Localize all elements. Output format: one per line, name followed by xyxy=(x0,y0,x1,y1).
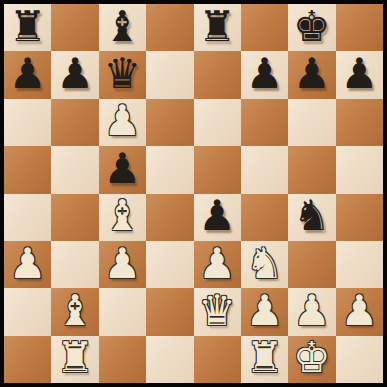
black-rook-a8[interactable]: ♜ xyxy=(9,6,47,48)
square-h7[interactable]: ♟ xyxy=(336,51,383,98)
white-bishop-b2[interactable]: ♝ xyxy=(56,290,94,332)
black-pawn-e4[interactable]: ♟ xyxy=(198,195,236,237)
square-e6[interactable] xyxy=(194,99,241,146)
square-e5[interactable] xyxy=(194,146,241,193)
white-king-g1[interactable]: ♚ xyxy=(293,337,331,379)
square-g5[interactable] xyxy=(288,146,335,193)
white-pawn-h2[interactable]: ♟ xyxy=(340,290,378,332)
black-pawn-b7[interactable]: ♟ xyxy=(56,53,94,95)
black-rook-e8[interactable]: ♜ xyxy=(198,6,236,48)
square-e2[interactable]: ♛ xyxy=(194,288,241,335)
square-g2[interactable]: ♟ xyxy=(288,288,335,335)
square-f3[interactable]: ♞ xyxy=(241,241,288,288)
square-g6[interactable] xyxy=(288,99,335,146)
board-frame: ♜♝♜♚♟♟♛♟♟♟♟♟♝♟♞♟♟♟♞♝♛♟♟♟♜♜♚ xyxy=(0,0,387,387)
square-d5[interactable] xyxy=(146,146,193,193)
square-h8[interactable] xyxy=(336,4,383,51)
square-b7[interactable]: ♟ xyxy=(51,51,98,98)
square-h4[interactable] xyxy=(336,194,383,241)
square-h1[interactable] xyxy=(336,336,383,383)
square-f7[interactable]: ♟ xyxy=(241,51,288,98)
black-pawn-c5[interactable]: ♟ xyxy=(104,148,142,190)
square-f4[interactable] xyxy=(241,194,288,241)
square-a1[interactable] xyxy=(4,336,51,383)
square-c6[interactable]: ♟ xyxy=(99,99,146,146)
square-e3[interactable]: ♟ xyxy=(194,241,241,288)
white-pawn-c3[interactable]: ♟ xyxy=(104,243,142,285)
square-g1[interactable]: ♚ xyxy=(288,336,335,383)
square-b6[interactable] xyxy=(51,99,98,146)
square-d8[interactable] xyxy=(146,4,193,51)
square-d6[interactable] xyxy=(146,99,193,146)
black-pawn-h7[interactable]: ♟ xyxy=(340,53,378,95)
white-pawn-g2[interactable]: ♟ xyxy=(293,290,331,332)
square-d1[interactable] xyxy=(146,336,193,383)
white-queen-e2[interactable]: ♛ xyxy=(198,290,236,332)
square-a6[interactable] xyxy=(4,99,51,146)
square-b4[interactable] xyxy=(51,194,98,241)
square-b3[interactable] xyxy=(51,241,98,288)
square-b8[interactable] xyxy=(51,4,98,51)
square-a2[interactable] xyxy=(4,288,51,335)
square-a8[interactable]: ♜ xyxy=(4,4,51,51)
black-bishop-c8[interactable]: ♝ xyxy=(104,6,142,48)
square-f2[interactable]: ♟ xyxy=(241,288,288,335)
black-pawn-a7[interactable]: ♟ xyxy=(9,53,47,95)
square-f6[interactable] xyxy=(241,99,288,146)
square-e8[interactable]: ♜ xyxy=(194,4,241,51)
square-d3[interactable] xyxy=(146,241,193,288)
black-knight-g4[interactable]: ♞ xyxy=(293,195,331,237)
square-g4[interactable]: ♞ xyxy=(288,194,335,241)
square-d2[interactable] xyxy=(146,288,193,335)
black-queen-c7[interactable]: ♛ xyxy=(104,53,142,95)
square-c2[interactable] xyxy=(99,288,146,335)
black-pawn-f7[interactable]: ♟ xyxy=(246,53,284,95)
white-rook-f1[interactable]: ♜ xyxy=(246,337,284,379)
square-g7[interactable]: ♟ xyxy=(288,51,335,98)
chessboard: ♜♝♜♚♟♟♛♟♟♟♟♟♝♟♞♟♟♟♞♝♛♟♟♟♜♜♚ xyxy=(4,4,383,383)
black-pawn-g7[interactable]: ♟ xyxy=(293,53,331,95)
square-g8[interactable]: ♚ xyxy=(288,4,335,51)
square-a4[interactable] xyxy=(4,194,51,241)
square-d4[interactable] xyxy=(146,194,193,241)
square-c4[interactable]: ♝ xyxy=(99,194,146,241)
square-c1[interactable] xyxy=(99,336,146,383)
white-pawn-e3[interactable]: ♟ xyxy=(198,243,236,285)
square-h6[interactable] xyxy=(336,99,383,146)
square-g3[interactable] xyxy=(288,241,335,288)
square-b5[interactable] xyxy=(51,146,98,193)
square-d7[interactable] xyxy=(146,51,193,98)
square-e7[interactable] xyxy=(194,51,241,98)
square-h5[interactable] xyxy=(336,146,383,193)
square-b1[interactable]: ♜ xyxy=(51,336,98,383)
square-c7[interactable]: ♛ xyxy=(99,51,146,98)
white-pawn-a3[interactable]: ♟ xyxy=(9,243,47,285)
square-h2[interactable]: ♟ xyxy=(336,288,383,335)
square-a7[interactable]: ♟ xyxy=(4,51,51,98)
square-a3[interactable]: ♟ xyxy=(4,241,51,288)
square-c3[interactable]: ♟ xyxy=(99,241,146,288)
square-e4[interactable]: ♟ xyxy=(194,194,241,241)
white-bishop-c4[interactable]: ♝ xyxy=(104,195,142,237)
white-rook-b1[interactable]: ♜ xyxy=(56,337,94,379)
square-a5[interactable] xyxy=(4,146,51,193)
square-f5[interactable] xyxy=(241,146,288,193)
square-h3[interactable] xyxy=(336,241,383,288)
black-king-g8[interactable]: ♚ xyxy=(293,6,331,48)
square-c5[interactable]: ♟ xyxy=(99,146,146,193)
square-f1[interactable]: ♜ xyxy=(241,336,288,383)
square-b2[interactable]: ♝ xyxy=(51,288,98,335)
white-pawn-f2[interactable]: ♟ xyxy=(246,290,284,332)
white-knight-f3[interactable]: ♞ xyxy=(246,243,284,285)
square-f8[interactable] xyxy=(241,4,288,51)
square-c8[interactable]: ♝ xyxy=(99,4,146,51)
square-e1[interactable] xyxy=(194,336,241,383)
white-pawn-c6[interactable]: ♟ xyxy=(104,100,142,142)
